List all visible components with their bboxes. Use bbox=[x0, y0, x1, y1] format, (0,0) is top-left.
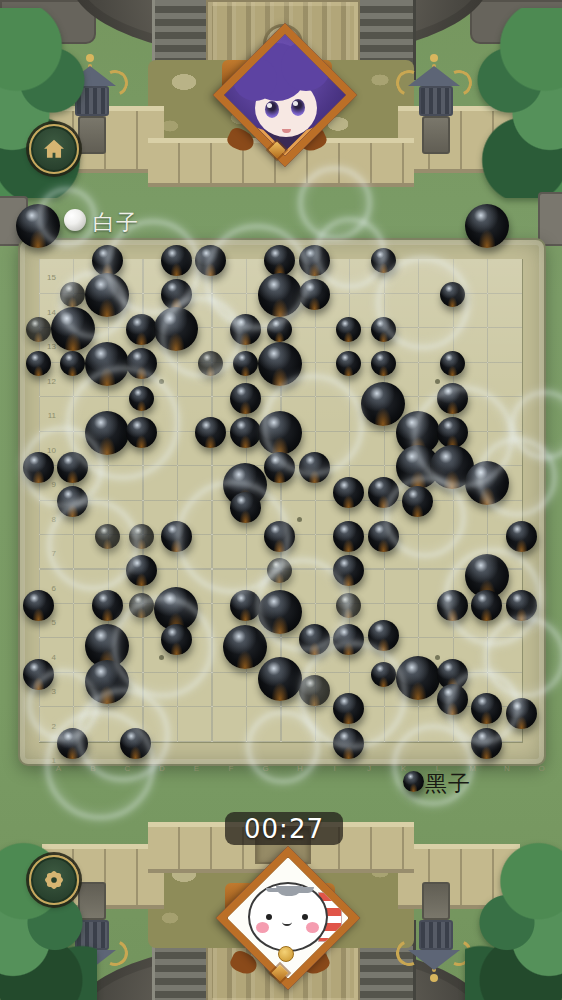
row-label-15: 15 bbox=[43, 273, 56, 283]
row-label-14: 14 bbox=[43, 308, 56, 318]
game-screen: 151413121110987654321ABCDEFGHIJKLMNO 00:… bbox=[0, 0, 562, 1000]
col-label-N: N bbox=[502, 764, 513, 774]
black-stone-icon bbox=[403, 771, 424, 792]
row-label-13: 13 bbox=[43, 342, 56, 352]
star-point bbox=[159, 379, 164, 384]
star-point bbox=[435, 655, 440, 660]
col-label-B: B bbox=[88, 764, 99, 774]
opponent-avatar[interactable] bbox=[212, 22, 342, 152]
col-label-C: C bbox=[122, 764, 133, 774]
stone-lantern-bottom-right bbox=[404, 862, 464, 982]
col-label-F: F bbox=[226, 764, 237, 774]
player-label-white: 白子 bbox=[93, 208, 139, 238]
row-label-4: 4 bbox=[43, 653, 56, 663]
row-label-8: 8 bbox=[43, 515, 56, 525]
foliage-bottom-right bbox=[465, 840, 562, 1000]
game-timer: 00:27 bbox=[225, 812, 343, 845]
row-label-3: 3 bbox=[43, 687, 56, 697]
col-label-D: D bbox=[157, 764, 168, 774]
gomoku-board[interactable]: 151413121110987654321ABCDEFGHIJKLMNO bbox=[18, 238, 546, 766]
home-button[interactable] bbox=[29, 124, 79, 174]
stone-lantern-top-right bbox=[404, 54, 464, 174]
foliage-top-right bbox=[470, 8, 562, 198]
col-label-H: H bbox=[295, 764, 306, 774]
col-label-E: E bbox=[191, 764, 202, 774]
settings-button[interactable] bbox=[29, 855, 79, 905]
col-label-A: A bbox=[53, 764, 64, 774]
row-label-11: 11 bbox=[43, 411, 56, 421]
row-label-5: 5 bbox=[43, 618, 56, 628]
gear-icon bbox=[41, 867, 67, 893]
star-point bbox=[159, 655, 164, 660]
col-label-I: I bbox=[329, 764, 340, 774]
row-label-7: 7 bbox=[43, 549, 56, 559]
home-icon bbox=[41, 136, 67, 162]
row-label-12: 12 bbox=[43, 377, 56, 387]
col-label-O: O bbox=[536, 764, 547, 774]
col-label-J: J bbox=[364, 764, 375, 774]
player-avatar[interactable] bbox=[215, 845, 345, 975]
white-stone-icon bbox=[64, 209, 86, 231]
star-point bbox=[297, 517, 302, 522]
row-label-6: 6 bbox=[43, 584, 56, 594]
wall-stub-right bbox=[538, 192, 562, 246]
col-label-G: G bbox=[260, 764, 271, 774]
star-point bbox=[435, 379, 440, 384]
row-label-2: 2 bbox=[43, 722, 56, 732]
board-grid[interactable]: 151413121110987654321ABCDEFGHIJKLMNO bbox=[39, 259, 523, 743]
player-label-black: 黑子 bbox=[425, 769, 471, 799]
row-label-10: 10 bbox=[43, 446, 56, 456]
row-label-9: 9 bbox=[43, 480, 56, 490]
